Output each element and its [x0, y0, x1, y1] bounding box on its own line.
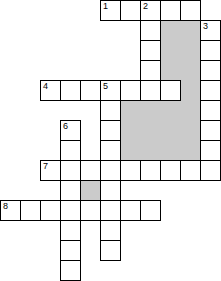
letter-cell[interactable]: [200, 100, 221, 121]
letter-cell[interactable]: [80, 80, 101, 101]
clue-number: 3: [203, 21, 208, 31]
letter-cell[interactable]: 4: [40, 80, 61, 101]
letter-cell[interactable]: [120, 80, 141, 101]
letter-cell[interactable]: [200, 160, 221, 181]
letter-cell[interactable]: 2: [140, 0, 161, 21]
letter-cell[interactable]: [120, 200, 141, 221]
letter-cell[interactable]: [160, 160, 181, 181]
letter-cell[interactable]: 6: [60, 120, 81, 141]
letter-cell[interactable]: [100, 140, 121, 161]
letter-cell[interactable]: [200, 60, 221, 81]
letter-cell[interactable]: 7: [40, 160, 61, 181]
clue-number: 5: [103, 81, 108, 91]
letter-cell[interactable]: [140, 160, 161, 181]
letter-cell[interactable]: [140, 40, 161, 61]
letter-cell[interactable]: [100, 100, 121, 121]
letter-cell[interactable]: [140, 200, 161, 221]
clue-number: 8: [3, 201, 8, 211]
letter-cell[interactable]: [60, 160, 81, 181]
letter-cell[interactable]: [160, 80, 181, 101]
clue-number: 2: [143, 1, 148, 11]
letter-cell[interactable]: 8: [0, 200, 21, 221]
letter-cell[interactable]: [60, 260, 81, 281]
crossword-grid: 12345678: [0, 0, 221, 281]
letter-cell[interactable]: [40, 200, 61, 221]
clue-number: 6: [63, 121, 68, 131]
letter-cell[interactable]: [160, 0, 181, 21]
letter-cell[interactable]: 1: [100, 0, 121, 21]
letter-cell[interactable]: [200, 80, 221, 101]
letter-cell[interactable]: [140, 60, 161, 81]
letter-cell[interactable]: [180, 160, 201, 181]
letter-cell[interactable]: [200, 40, 221, 61]
letter-cell[interactable]: [20, 200, 41, 221]
letter-cell[interactable]: [60, 240, 81, 261]
letter-cell[interactable]: [60, 220, 81, 241]
letter-cell[interactable]: [120, 160, 141, 181]
letter-cell[interactable]: [180, 0, 201, 21]
letter-cell[interactable]: [100, 120, 121, 141]
letter-cell[interactable]: [60, 140, 81, 161]
letter-cell[interactable]: [60, 180, 81, 201]
letter-cell[interactable]: [200, 140, 221, 161]
letter-cell[interactable]: [140, 80, 161, 101]
letter-cells-layer: 12345678: [0, 0, 221, 281]
letter-cell[interactable]: [60, 200, 81, 221]
letter-cell[interactable]: 5: [100, 80, 121, 101]
letter-cell[interactable]: [80, 200, 101, 221]
letter-cell[interactable]: [100, 200, 121, 221]
letter-cell[interactable]: [60, 80, 81, 101]
clue-number: 4: [43, 81, 48, 91]
clue-number: 1: [103, 1, 108, 11]
letter-cell[interactable]: [80, 160, 101, 181]
letter-cell[interactable]: 3: [200, 20, 221, 41]
clue-number: 7: [43, 161, 48, 171]
letter-cell[interactable]: [100, 220, 121, 241]
letter-cell[interactable]: [100, 180, 121, 201]
letter-cell[interactable]: [120, 0, 141, 21]
letter-cell[interactable]: [100, 240, 121, 261]
letter-cell[interactable]: [200, 120, 221, 141]
letter-cell[interactable]: [100, 160, 121, 181]
letter-cell[interactable]: [140, 20, 161, 41]
